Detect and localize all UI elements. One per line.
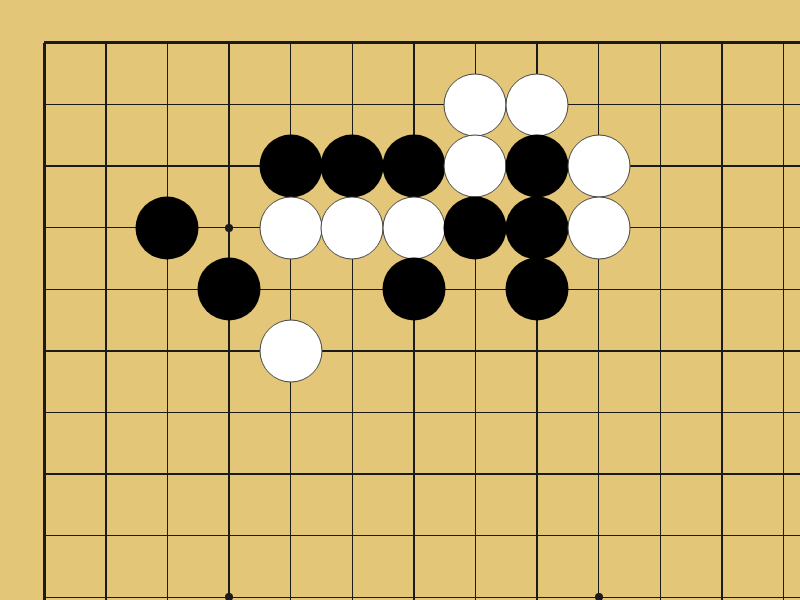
board-intersection[interactable] xyxy=(260,74,322,136)
board-intersection[interactable] xyxy=(568,382,630,444)
board-intersection[interactable] xyxy=(629,320,691,382)
board-intersection[interactable] xyxy=(568,135,630,197)
board-intersection[interactable] xyxy=(445,259,507,321)
board-intersection[interactable] xyxy=(260,135,322,197)
board-intersection[interactable] xyxy=(629,74,691,136)
board-intersection[interactable] xyxy=(445,197,507,259)
board-intersection[interactable] xyxy=(445,320,507,382)
board-intersection[interactable] xyxy=(691,443,753,505)
board-intersection[interactable] xyxy=(691,567,753,600)
board-intersection[interactable] xyxy=(321,197,383,259)
board-intersection[interactable] xyxy=(260,567,322,600)
board-intersection[interactable] xyxy=(14,505,76,567)
board-intersection[interactable] xyxy=(506,74,568,136)
board-intersection[interactable] xyxy=(198,382,260,444)
board-intersection[interactable] xyxy=(321,259,383,321)
board-intersection[interactable] xyxy=(753,197,800,259)
board-intersection[interactable] xyxy=(445,12,507,74)
board-intersection[interactable] xyxy=(137,382,199,444)
board-intersection[interactable] xyxy=(75,74,137,136)
board-intersection[interactable] xyxy=(321,320,383,382)
board-intersection[interactable] xyxy=(445,505,507,567)
black-stone xyxy=(198,258,261,321)
black-stone xyxy=(321,135,384,198)
board-intersection[interactable] xyxy=(75,443,137,505)
board-intersection[interactable] xyxy=(321,74,383,136)
board-intersection[interactable] xyxy=(383,74,445,136)
black-stone xyxy=(259,135,322,198)
white-stone xyxy=(444,73,507,136)
board-intersection[interactable] xyxy=(629,259,691,321)
white-stone xyxy=(567,135,630,198)
board-intersection[interactable] xyxy=(198,135,260,197)
board-intersection[interactable] xyxy=(137,12,199,74)
board-intersection[interactable] xyxy=(506,197,568,259)
board-intersection[interactable] xyxy=(629,443,691,505)
board-intersection[interactable] xyxy=(75,197,137,259)
board-intersection[interactable] xyxy=(14,382,76,444)
board-intersection[interactable] xyxy=(260,320,322,382)
board-intersection[interactable] xyxy=(137,505,199,567)
board-intersection[interactable] xyxy=(445,382,507,444)
board-intersection[interactable] xyxy=(14,259,76,321)
white-stone xyxy=(506,73,569,136)
board-intersection[interactable] xyxy=(198,74,260,136)
board-intersection[interactable] xyxy=(14,443,76,505)
board-intersection[interactable] xyxy=(137,74,199,136)
board-intersection[interactable] xyxy=(260,12,322,74)
board-intersection[interactable] xyxy=(568,12,630,74)
board-intersection[interactable] xyxy=(75,320,137,382)
star-point xyxy=(225,224,233,232)
board-intersection[interactable] xyxy=(14,567,76,600)
board-intersection[interactable] xyxy=(137,320,199,382)
board-intersection[interactable] xyxy=(260,259,322,321)
board-intersection[interactable] xyxy=(568,74,630,136)
board-intersection[interactable] xyxy=(75,382,137,444)
board-intersection[interactable] xyxy=(260,505,322,567)
board-intersection[interactable] xyxy=(506,259,568,321)
board-intersection[interactable] xyxy=(137,567,199,600)
white-stone xyxy=(382,196,445,259)
board-intersection[interactable] xyxy=(383,12,445,74)
board-intersection[interactable] xyxy=(198,259,260,321)
white-stone xyxy=(321,196,384,259)
board-intersection[interactable] xyxy=(753,505,800,567)
board-intersection[interactable] xyxy=(383,443,445,505)
board-intersection[interactable] xyxy=(753,443,800,505)
board-intersection[interactable] xyxy=(506,382,568,444)
board-intersection[interactable] xyxy=(753,320,800,382)
board-intersection[interactable] xyxy=(506,505,568,567)
board-intersection[interactable] xyxy=(629,135,691,197)
board-intersection[interactable] xyxy=(506,135,568,197)
board-intersection[interactable] xyxy=(198,320,260,382)
board-intersection[interactable] xyxy=(14,135,76,197)
black-stone xyxy=(506,258,569,321)
board-intersection[interactable] xyxy=(198,12,260,74)
board-intersection[interactable] xyxy=(321,382,383,444)
board-intersection[interactable] xyxy=(137,259,199,321)
board-intersection[interactable] xyxy=(506,320,568,382)
board-intersection[interactable] xyxy=(75,567,137,600)
board-intersection[interactable] xyxy=(568,320,630,382)
board-intersection[interactable] xyxy=(753,12,800,74)
board-intersection[interactable] xyxy=(753,382,800,444)
board-intersection[interactable] xyxy=(691,382,753,444)
board-intersection[interactable] xyxy=(445,135,507,197)
board-intersection[interactable] xyxy=(691,12,753,74)
black-stone xyxy=(382,258,445,321)
board-intersection[interactable] xyxy=(568,443,630,505)
black-stone xyxy=(444,196,507,259)
board-intersection[interactable] xyxy=(198,197,260,259)
board-intersection[interactable] xyxy=(753,135,800,197)
board-intersection[interactable] xyxy=(321,567,383,600)
board-intersection[interactable] xyxy=(14,12,76,74)
board-intersection[interactable] xyxy=(445,443,507,505)
board-intersection[interactable] xyxy=(198,443,260,505)
board-intersection[interactable] xyxy=(568,567,630,600)
board-intersection[interactable] xyxy=(383,505,445,567)
board-intersection[interactable] xyxy=(691,505,753,567)
board-intersection[interactable] xyxy=(14,74,76,136)
board-intersection[interactable] xyxy=(260,197,322,259)
white-stone xyxy=(259,196,322,259)
board-intersection[interactable] xyxy=(691,197,753,259)
board-intersection[interactable] xyxy=(568,505,630,567)
board-intersection[interactable] xyxy=(14,320,76,382)
board-intersection[interactable] xyxy=(321,135,383,197)
board-intersection[interactable] xyxy=(198,505,260,567)
board-intersection[interactable] xyxy=(691,74,753,136)
board-intersection[interactable] xyxy=(383,259,445,321)
board-grid xyxy=(14,12,800,600)
go-board xyxy=(0,0,800,600)
board-intersection[interactable] xyxy=(568,197,630,259)
white-stone xyxy=(444,135,507,198)
board-intersection[interactable] xyxy=(753,259,800,321)
board-intersection[interactable] xyxy=(75,505,137,567)
board-intersection[interactable] xyxy=(137,443,199,505)
board-intersection[interactable] xyxy=(383,382,445,444)
star-point xyxy=(595,593,603,600)
board-intersection[interactable] xyxy=(506,12,568,74)
board-intersection[interactable] xyxy=(137,135,199,197)
white-stone xyxy=(567,196,630,259)
board-intersection[interactable] xyxy=(383,567,445,600)
white-stone xyxy=(259,319,322,382)
board-intersection[interactable] xyxy=(321,443,383,505)
board-intersection[interactable] xyxy=(383,197,445,259)
board-intersection[interactable] xyxy=(321,505,383,567)
board-intersection[interactable] xyxy=(75,135,137,197)
board-intersection[interactable] xyxy=(753,74,800,136)
board-intersection[interactable] xyxy=(506,567,568,600)
board-intersection[interactable] xyxy=(629,197,691,259)
black-stone xyxy=(382,135,445,198)
board-intersection[interactable] xyxy=(198,567,260,600)
board-intersection[interactable] xyxy=(445,74,507,136)
black-stone xyxy=(506,135,569,198)
black-stone xyxy=(506,196,569,259)
board-intersection[interactable] xyxy=(260,382,322,444)
board-intersection[interactable] xyxy=(629,505,691,567)
board-intersection[interactable] xyxy=(75,12,137,74)
board-intersection[interactable] xyxy=(753,567,800,600)
board-intersection[interactable] xyxy=(14,197,76,259)
star-point xyxy=(225,593,233,600)
board-intersection[interactable] xyxy=(321,12,383,74)
board-intersection[interactable] xyxy=(260,443,322,505)
board-intersection[interactable] xyxy=(506,443,568,505)
board-intersection[interactable] xyxy=(383,135,445,197)
board-intersection[interactable] xyxy=(691,259,753,321)
board-intersection[interactable] xyxy=(691,320,753,382)
board-intersection[interactable] xyxy=(629,12,691,74)
board-intersection[interactable] xyxy=(629,382,691,444)
board-intersection[interactable] xyxy=(383,320,445,382)
black-stone xyxy=(136,196,199,259)
board-intersection[interactable] xyxy=(629,567,691,600)
board-intersection[interactable] xyxy=(568,259,630,321)
board-intersection[interactable] xyxy=(75,259,137,321)
board-intersection[interactable] xyxy=(691,135,753,197)
board-intersection[interactable] xyxy=(445,567,507,600)
board-intersection[interactable] xyxy=(137,197,199,259)
